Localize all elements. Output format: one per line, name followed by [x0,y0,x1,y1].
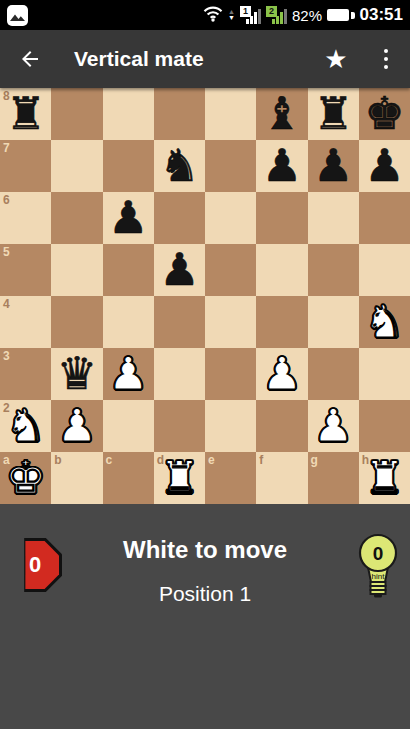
square-b1[interactable]: b [51,452,102,504]
square-a2[interactable]: 2♞ [0,400,51,452]
svg-text:0: 0 [373,543,384,564]
back-button[interactable] [16,45,44,73]
square-g8[interactable]: ♜ [308,88,359,140]
battery-percent: 82% [292,7,322,24]
square-h8[interactable]: ♚ [359,88,410,140]
square-g3[interactable] [308,348,359,400]
square-d4[interactable] [154,296,205,348]
wifi-icon [203,5,223,26]
square-c1[interactable]: c [103,452,154,504]
square-f1[interactable]: f [256,452,307,504]
square-d2[interactable] [154,400,205,452]
file-label: b [54,453,61,467]
square-c3[interactable]: ♟ [103,348,154,400]
square-g7[interactable]: ♟ [308,140,359,192]
square-e6[interactable] [205,192,256,244]
rank-label: 4 [3,297,10,311]
piece-black-pawn: ♟ [256,140,307,192]
square-g5[interactable] [308,244,359,296]
status-bar: ▲▼ 1 2 82% [0,0,410,30]
data-activity-icon: ▲▼ [228,9,235,21]
square-f6[interactable] [256,192,307,244]
square-a8[interactable]: 8♜ [0,88,51,140]
square-f5[interactable] [256,244,307,296]
app-bar: Vertical mate ★ [0,30,410,88]
rank-label: 2 [3,401,10,415]
square-b8[interactable] [51,88,102,140]
square-c4[interactable] [103,296,154,348]
piece-white-pawn: ♟ [256,348,307,400]
square-e2[interactable] [205,400,256,452]
piece-white-pawn: ♟ [51,400,102,452]
rank-label: 5 [3,245,10,259]
square-g2[interactable]: ♟ [308,400,359,452]
square-g6[interactable] [308,192,359,244]
file-label: d [157,453,164,467]
screenshot-notification-icon [7,5,28,26]
square-f2[interactable] [256,400,307,452]
square-h3[interactable] [359,348,410,400]
piece-white-pawn: ♟ [103,348,154,400]
square-d5[interactable]: ♟ [154,244,205,296]
rank-label: 7 [3,141,10,155]
piece-white-king: ♚ [0,452,51,504]
square-e4[interactable] [205,296,256,348]
square-b7[interactable] [51,140,102,192]
file-label: h [362,453,369,467]
sim2-signal-icon: 2 [266,6,287,25]
rank-label: 6 [3,193,10,207]
square-e8[interactable] [205,88,256,140]
square-h5[interactable] [359,244,410,296]
square-h6[interactable] [359,192,410,244]
file-label: c [106,453,113,467]
square-a4[interactable]: 4 [0,296,51,348]
square-f4[interactable] [256,296,307,348]
square-b3[interactable]: ♛ [51,348,102,400]
square-f3[interactable]: ♟ [256,348,307,400]
square-b5[interactable] [51,244,102,296]
piece-black-bishop: ♝ [256,88,307,140]
piece-white-knight: ♞ [359,296,410,348]
battery-icon [327,9,355,21]
square-a5[interactable]: 5 [0,244,51,296]
sim1-signal-icon: 1 [240,6,261,25]
hint-bulb-button[interactable]: 0 hint [354,532,402,614]
square-a7[interactable]: 7 [0,140,51,192]
square-c5[interactable] [103,244,154,296]
square-h7[interactable]: ♟ [359,140,410,192]
square-f8[interactable]: ♝ [256,88,307,140]
piece-black-pawn: ♟ [154,244,205,296]
square-h2[interactable] [359,400,410,452]
square-d7[interactable]: ♞ [154,140,205,192]
square-d8[interactable] [154,88,205,140]
favorite-star-icon[interactable]: ★ [324,46,347,72]
page-title: Vertical mate [74,47,324,71]
square-e5[interactable] [205,244,256,296]
svg-text:hint: hint [372,572,386,581]
piece-black-king: ♚ [359,88,410,140]
square-e3[interactable] [205,348,256,400]
rank-label: 3 [3,349,10,363]
square-c6[interactable]: ♟ [103,192,154,244]
overflow-menu-icon[interactable] [378,45,395,74]
piece-black-knight: ♞ [154,140,205,192]
square-c7[interactable] [103,140,154,192]
piece-white-rook: ♜ [359,452,410,504]
file-label: f [259,453,263,467]
piece-white-rook: ♜ [154,452,205,504]
rank-label: 8 [3,89,10,103]
file-label: g [311,453,318,467]
square-e1[interactable]: e [205,452,256,504]
square-b6[interactable] [51,192,102,244]
piece-black-rook: ♜ [308,88,359,140]
square-a3[interactable]: 3 [0,348,51,400]
chess-board: 8♜♝♜♚7♞♟♟♟6♟5♟4♞3♛♟♟2♞♟♟a♚bcd♜efgh♜ [0,88,410,504]
piece-black-pawn: ♟ [103,192,154,244]
square-g1[interactable]: g [308,452,359,504]
file-label: a [3,453,10,467]
square-d1[interactable]: d♜ [154,452,205,504]
status-clock: 03:51 [360,5,403,25]
square-h4[interactable]: ♞ [359,296,410,348]
square-e7[interactable] [205,140,256,192]
piece-black-pawn: ♟ [308,140,359,192]
square-h1[interactable]: h♜ [359,452,410,504]
square-g4[interactable] [308,296,359,348]
piece-white-knight: ♞ [0,400,51,452]
square-a6[interactable]: 6 [0,192,51,244]
square-d3[interactable] [154,348,205,400]
square-b2[interactable]: ♟ [51,400,102,452]
file-label: e [208,453,215,467]
app-screen: ▲▼ 1 2 82% [0,0,410,729]
square-b4[interactable] [51,296,102,348]
square-c2[interactable] [103,400,154,452]
square-a1[interactable]: a♚ [0,452,51,504]
bottom-panel: 0 White to move Position 1 0 hint [0,504,410,729]
square-f7[interactable]: ♟ [256,140,307,192]
piece-white-pawn: ♟ [308,400,359,452]
piece-black-pawn: ♟ [359,140,410,192]
square-c8[interactable] [103,88,154,140]
position-label: Position 1 [0,582,410,606]
piece-black-queen: ♛ [51,348,102,400]
piece-black-rook: ♜ [0,88,51,140]
square-d6[interactable] [154,192,205,244]
